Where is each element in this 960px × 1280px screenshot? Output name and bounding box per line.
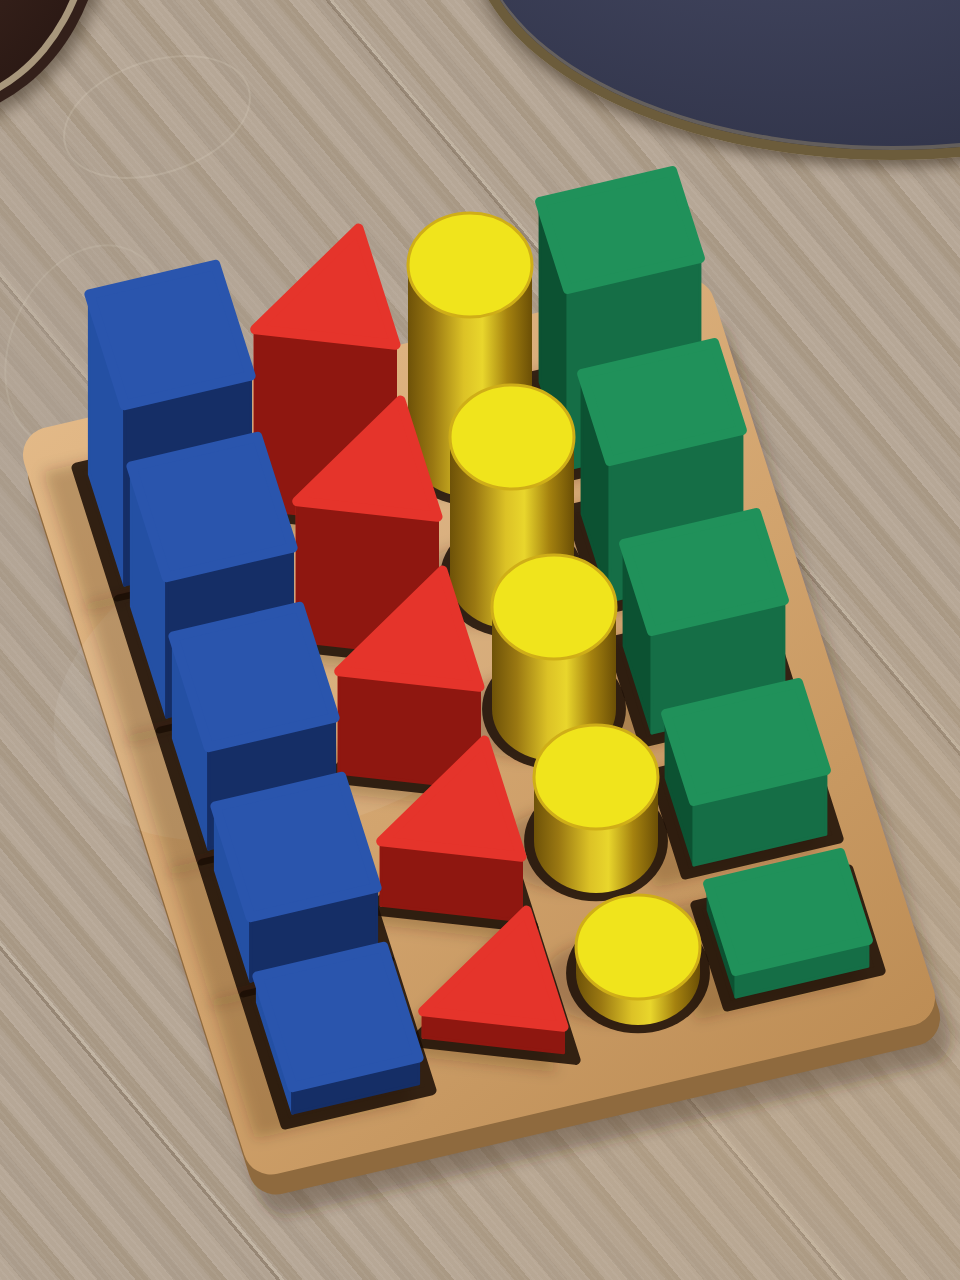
piece-top-face bbox=[131, 437, 292, 577]
scene bbox=[0, 0, 960, 1280]
cylinder-top bbox=[408, 213, 532, 317]
piece-top-face bbox=[173, 607, 334, 747]
cylinder-top bbox=[534, 725, 658, 829]
cylinder-top bbox=[576, 895, 700, 999]
cylinder-top bbox=[492, 555, 616, 659]
shape-sorter-board-scene bbox=[0, 0, 960, 1280]
piece-top-face bbox=[215, 777, 376, 917]
piece-top-face bbox=[89, 265, 250, 405]
piece-top-face bbox=[255, 229, 395, 345]
cylinder-top bbox=[450, 385, 574, 489]
piece-top-face bbox=[257, 947, 418, 1087]
